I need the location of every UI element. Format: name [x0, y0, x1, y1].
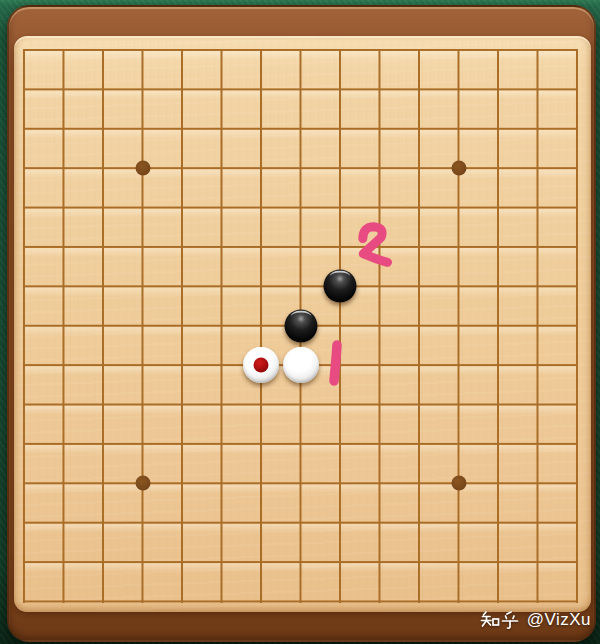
star-point — [451, 161, 466, 176]
white-stone-H7[interactable] — [283, 347, 319, 383]
zhihu-wordmark-icon — [480, 610, 520, 630]
white-stone-G7[interactable] — [243, 347, 279, 383]
annotation-move-1-mark — [323, 337, 349, 393]
black-stone-H8[interactable] — [284, 309, 317, 342]
black-stone-I9[interactable] — [324, 270, 357, 303]
annotation-move-2-mark — [350, 220, 401, 275]
last-move-red-dot — [254, 358, 269, 373]
watermark: @VizXu — [480, 609, 591, 631]
star-point — [135, 161, 150, 176]
watermark-handle: @VizXu — [527, 610, 591, 630]
star-point — [135, 476, 150, 491]
star-point — [451, 476, 466, 491]
